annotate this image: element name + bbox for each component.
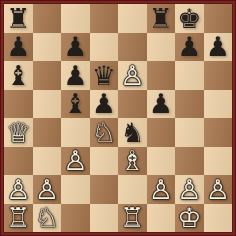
square-a1[interactable]: ♖	[4, 204, 33, 233]
piece-white-rook[interactable]: ♖	[6, 204, 30, 231]
piece-black-pawn[interactable]: ♟	[206, 33, 230, 60]
piece-white-rook[interactable]: ♖	[120, 204, 144, 231]
square-a2[interactable]: ♙	[4, 175, 33, 204]
piece-white-pawn[interactable]: ♙	[6, 176, 30, 203]
piece-black-pawn[interactable]: ♟	[149, 90, 173, 117]
chess-board: ♜♜♚♟♟♟♟♝♟♛♙♝♟♟♕♘♞♙♗♙♙♙♙♙♖♘♖♔	[4, 4, 232, 232]
piece-white-pawn[interactable]: ♙	[63, 147, 87, 174]
square-a6[interactable]: ♝	[4, 61, 33, 90]
square-b6[interactable]	[33, 61, 62, 90]
square-h5[interactable]	[204, 90, 233, 119]
square-b2[interactable]: ♙	[33, 175, 62, 204]
square-c3[interactable]: ♙	[61, 147, 90, 176]
square-g3[interactable]	[175, 147, 204, 176]
square-e7[interactable]	[118, 33, 147, 62]
piece-black-knight[interactable]: ♞	[120, 119, 144, 146]
square-b8[interactable]	[33, 4, 62, 33]
square-f3[interactable]	[147, 147, 176, 176]
square-g4[interactable]	[175, 118, 204, 147]
square-e5[interactable]	[118, 90, 147, 119]
piece-white-king[interactable]: ♔	[177, 204, 201, 231]
square-a8[interactable]: ♜	[4, 4, 33, 33]
piece-white-pawn[interactable]: ♙	[120, 62, 144, 89]
square-a7[interactable]: ♟	[4, 33, 33, 62]
piece-black-bishop[interactable]: ♝	[6, 62, 30, 89]
piece-black-pawn[interactable]: ♟	[92, 90, 116, 117]
piece-white-pawn[interactable]: ♙	[35, 176, 59, 203]
square-b4[interactable]	[33, 118, 62, 147]
square-d4[interactable]: ♘	[90, 118, 119, 147]
piece-black-queen[interactable]: ♛	[92, 62, 116, 89]
square-c5[interactable]: ♝	[61, 90, 90, 119]
square-d2[interactable]	[90, 175, 119, 204]
square-f6[interactable]	[147, 61, 176, 90]
square-d3[interactable]	[90, 147, 119, 176]
piece-white-knight[interactable]: ♘	[92, 119, 116, 146]
piece-black-pawn[interactable]: ♟	[63, 33, 87, 60]
square-c8[interactable]	[61, 4, 90, 33]
square-h6[interactable]	[204, 61, 233, 90]
piece-white-pawn[interactable]: ♙	[177, 176, 201, 203]
square-e4[interactable]: ♞	[118, 118, 147, 147]
square-h3[interactable]	[204, 147, 233, 176]
piece-black-pawn[interactable]: ♟	[177, 33, 201, 60]
square-h2[interactable]: ♙	[204, 175, 233, 204]
piece-black-bishop[interactable]: ♝	[63, 90, 87, 117]
square-g1[interactable]: ♔	[175, 204, 204, 233]
square-b1[interactable]: ♘	[33, 204, 62, 233]
square-c1[interactable]	[61, 204, 90, 233]
square-a4[interactable]: ♕	[4, 118, 33, 147]
piece-black-king[interactable]: ♚	[177, 5, 201, 32]
square-c4[interactable]	[61, 118, 90, 147]
square-h7[interactable]: ♟	[204, 33, 233, 62]
square-c7[interactable]: ♟	[61, 33, 90, 62]
square-f8[interactable]: ♜	[147, 4, 176, 33]
square-g7[interactable]: ♟	[175, 33, 204, 62]
board-frame: ♜♜♚♟♟♟♟♝♟♛♙♝♟♟♕♘♞♙♗♙♙♙♙♙♖♘♖♔	[0, 0, 236, 236]
square-d7[interactable]	[90, 33, 119, 62]
piece-white-bishop[interactable]: ♗	[120, 147, 144, 174]
square-d6[interactable]: ♛	[90, 61, 119, 90]
square-f2[interactable]: ♙	[147, 175, 176, 204]
square-b3[interactable]	[33, 147, 62, 176]
square-e3[interactable]: ♗	[118, 147, 147, 176]
square-e8[interactable]	[118, 4, 147, 33]
piece-white-pawn[interactable]: ♙	[206, 176, 230, 203]
piece-black-pawn[interactable]: ♟	[63, 62, 87, 89]
square-g5[interactable]	[175, 90, 204, 119]
square-d8[interactable]	[90, 4, 119, 33]
square-h4[interactable]	[204, 118, 233, 147]
square-a5[interactable]	[4, 90, 33, 119]
square-d1[interactable]	[90, 204, 119, 233]
square-f1[interactable]	[147, 204, 176, 233]
piece-black-rook[interactable]: ♜	[149, 5, 173, 32]
square-c6[interactable]: ♟	[61, 61, 90, 90]
square-g8[interactable]: ♚	[175, 4, 204, 33]
square-e2[interactable]	[118, 175, 147, 204]
square-g2[interactable]: ♙	[175, 175, 204, 204]
piece-white-queen[interactable]: ♕	[6, 119, 30, 146]
piece-black-rook[interactable]: ♜	[6, 5, 30, 32]
square-f4[interactable]	[147, 118, 176, 147]
square-g6[interactable]	[175, 61, 204, 90]
piece-white-pawn[interactable]: ♙	[149, 176, 173, 203]
square-e6[interactable]: ♙	[118, 61, 147, 90]
piece-black-pawn[interactable]: ♟	[6, 33, 30, 60]
square-h1[interactable]	[204, 204, 233, 233]
square-h8[interactable]	[204, 4, 233, 33]
square-f7[interactable]	[147, 33, 176, 62]
square-e1[interactable]: ♖	[118, 204, 147, 233]
square-f5[interactable]: ♟	[147, 90, 176, 119]
square-b7[interactable]	[33, 33, 62, 62]
square-b5[interactable]	[33, 90, 62, 119]
square-d5[interactable]: ♟	[90, 90, 119, 119]
square-a3[interactable]	[4, 147, 33, 176]
piece-white-knight[interactable]: ♘	[35, 204, 59, 231]
square-c2[interactable]	[61, 175, 90, 204]
